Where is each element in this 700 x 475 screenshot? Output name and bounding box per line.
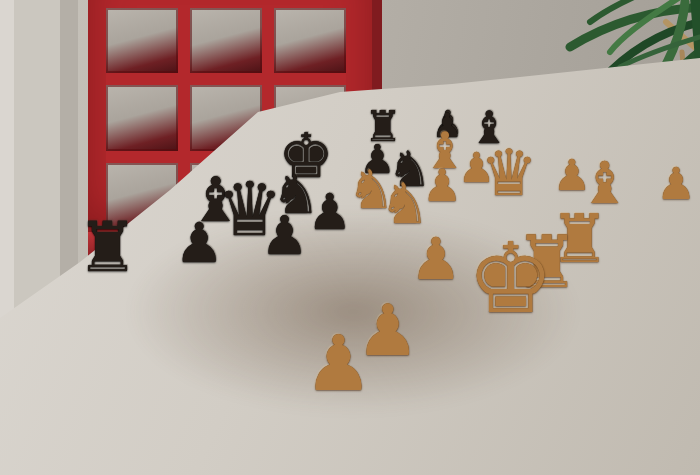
captured-white-pawn[interactable]: ♟ — [656, 162, 696, 206]
black-pawn-c6[interactable]: ♟ — [261, 209, 309, 263]
black-pawn-d6[interactable]: ♟ — [308, 188, 352, 238]
photo-stage: ♜♝♚♜♟♛♞♟♟♟♟♞♞♝♞♟♟♛♟♟♟♟♝♚♜♜♟♝♟ — [0, 0, 700, 475]
white-pawn-a2[interactable]: ♟ — [304, 326, 373, 403]
white-queen-g4[interactable]: ♛ — [480, 141, 537, 205]
white-pawn-d3[interactable]: ♟ — [410, 231, 462, 289]
white-knight-e5[interactable]: ♞ — [380, 176, 430, 232]
white-king-d1[interactable]: ♚ — [467, 230, 554, 327]
black-pawn-b7[interactable]: ♟ — [175, 217, 224, 272]
black-rook-a8[interactable]: ♜ — [77, 213, 139, 282]
